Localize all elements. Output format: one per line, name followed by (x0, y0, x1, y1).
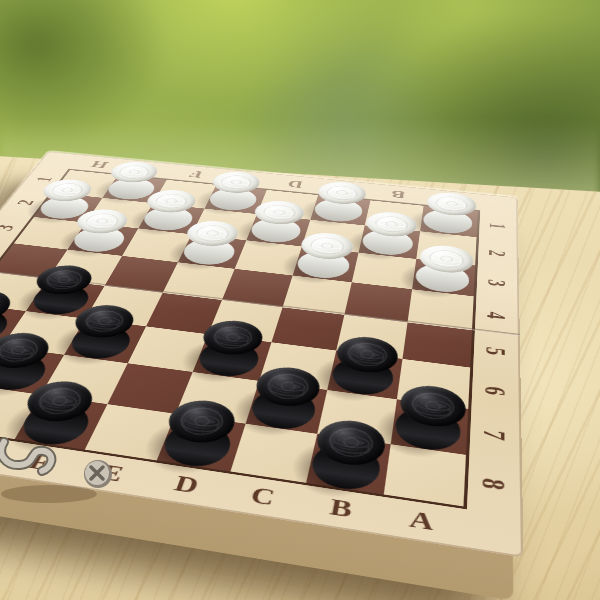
fold-latch-clasp (0, 436, 134, 508)
photo-scene: HGFEDCBA HGFEDCBA 12345678 12345678 ⛀⛀⛀⛀… (0, 0, 600, 600)
